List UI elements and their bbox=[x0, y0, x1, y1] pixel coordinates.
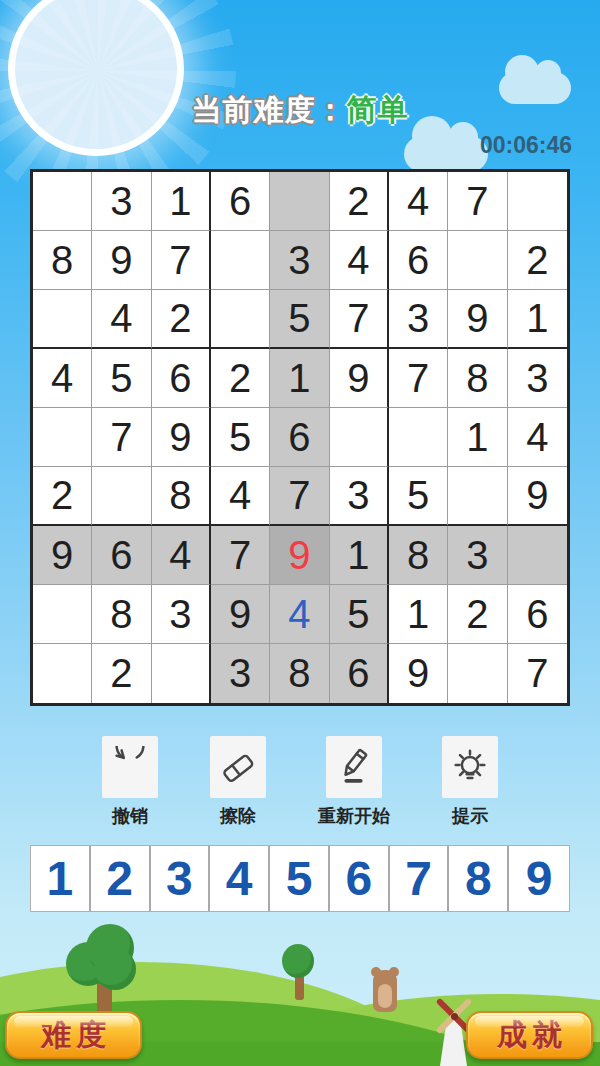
cell-r7c9[interactable] bbox=[508, 526, 567, 585]
numpad-key-4[interactable]: 4 bbox=[210, 846, 270, 911]
cell-r4c1[interactable]: 4 bbox=[33, 349, 92, 408]
cell-r5c6[interactable] bbox=[330, 408, 389, 467]
cell-r6c5[interactable]: 7 bbox=[270, 467, 329, 526]
cell-r9c1[interactable] bbox=[33, 644, 92, 703]
cell-r1c6[interactable]: 2 bbox=[330, 172, 389, 231]
sudoku-board: 3162478973462425739145621978379561428473… bbox=[30, 169, 570, 706]
cell-r4c8[interactable]: 8 bbox=[448, 349, 507, 408]
cell-r5c3[interactable]: 9 bbox=[152, 408, 211, 467]
cell-r8c5[interactable]: 4 bbox=[270, 585, 329, 644]
restart-label: 重新开始 bbox=[318, 804, 390, 828]
bulb-icon bbox=[442, 736, 498, 798]
cell-r4c5[interactable]: 1 bbox=[270, 349, 329, 408]
cell-r7c5[interactable]: 9 bbox=[270, 526, 329, 585]
cell-r8c3[interactable]: 3 bbox=[152, 585, 211, 644]
cell-r6c2[interactable] bbox=[92, 467, 151, 526]
cell-r4c4[interactable]: 2 bbox=[211, 349, 270, 408]
cell-r7c8[interactable]: 3 bbox=[448, 526, 507, 585]
cell-r3c2[interactable]: 4 bbox=[92, 290, 151, 349]
cell-r9c9[interactable]: 7 bbox=[508, 644, 567, 703]
erase-button[interactable]: 擦除 bbox=[210, 736, 266, 828]
cell-r9c2[interactable]: 2 bbox=[92, 644, 151, 703]
cell-r3c8[interactable]: 9 bbox=[448, 290, 507, 349]
cell-r9c7[interactable]: 9 bbox=[389, 644, 448, 703]
cell-r1c1[interactable] bbox=[33, 172, 92, 231]
cell-r1c8[interactable]: 7 bbox=[448, 172, 507, 231]
cell-r9c3[interactable] bbox=[152, 644, 211, 703]
cell-r5c5[interactable]: 6 bbox=[270, 408, 329, 467]
numpad-key-3[interactable]: 3 bbox=[151, 846, 211, 911]
cell-r1c4[interactable]: 6 bbox=[211, 172, 270, 231]
cell-r2c8[interactable] bbox=[448, 231, 507, 290]
hint-button[interactable]: 提示 bbox=[442, 736, 498, 828]
cell-r3c6[interactable]: 7 bbox=[330, 290, 389, 349]
cell-r1c3[interactable]: 1 bbox=[152, 172, 211, 231]
page-title: 当前难度：简单 bbox=[0, 90, 600, 131]
cell-r4c3[interactable]: 6 bbox=[152, 349, 211, 408]
cell-r5c9[interactable]: 4 bbox=[508, 408, 567, 467]
cell-r3c4[interactable] bbox=[211, 290, 270, 349]
undo-label: 撤销 bbox=[112, 804, 148, 828]
cell-r9c4[interactable]: 3 bbox=[211, 644, 270, 703]
cell-r2c6[interactable]: 4 bbox=[330, 231, 389, 290]
cell-r3c9[interactable]: 1 bbox=[508, 290, 567, 349]
cell-r7c7[interactable]: 8 bbox=[389, 526, 448, 585]
gopher-decoration bbox=[373, 970, 397, 1012]
cell-r7c6[interactable]: 1 bbox=[330, 526, 389, 585]
cloud-decoration bbox=[404, 136, 488, 172]
undo-icon bbox=[102, 736, 158, 798]
cell-r9c5[interactable]: 8 bbox=[270, 644, 329, 703]
cell-r6c1[interactable]: 2 bbox=[33, 467, 92, 526]
difficulty-button[interactable]: 难度 bbox=[5, 1011, 142, 1059]
difficulty-value: 简单 bbox=[347, 93, 409, 126]
cell-r2c5[interactable]: 3 bbox=[270, 231, 329, 290]
cell-r5c4[interactable]: 5 bbox=[211, 408, 270, 467]
cell-r2c3[interactable]: 7 bbox=[152, 231, 211, 290]
toolbar: 撤销 擦除 bbox=[0, 736, 600, 828]
cell-r7c1[interactable]: 9 bbox=[33, 526, 92, 585]
number-pad: 123456789 bbox=[30, 845, 570, 912]
cell-r1c9[interactable] bbox=[508, 172, 567, 231]
achievement-button[interactable]: 成就 bbox=[466, 1011, 593, 1059]
numpad-key-2[interactable]: 2 bbox=[91, 846, 151, 911]
restart-button[interactable]: 重新开始 bbox=[318, 736, 390, 828]
cell-r5c1[interactable] bbox=[33, 408, 92, 467]
cell-r6c7[interactable]: 5 bbox=[389, 467, 448, 526]
eraser-icon bbox=[210, 736, 266, 798]
cell-r1c5[interactable] bbox=[270, 172, 329, 231]
sudoku-app: 当前难度：简单 00:06:46 31624789734624257391456… bbox=[0, 0, 600, 1066]
numpad-key-7[interactable]: 7 bbox=[390, 846, 450, 911]
numpad-key-8[interactable]: 8 bbox=[449, 846, 509, 911]
cell-r9c6[interactable]: 6 bbox=[330, 644, 389, 703]
cell-r6c9[interactable]: 9 bbox=[508, 467, 567, 526]
erase-label: 擦除 bbox=[220, 804, 256, 828]
cell-r2c9[interactable]: 2 bbox=[508, 231, 567, 290]
cell-r8c1[interactable] bbox=[33, 585, 92, 644]
cell-r3c7[interactable]: 3 bbox=[389, 290, 448, 349]
numpad-key-9[interactable]: 9 bbox=[509, 846, 569, 911]
cell-r6c4[interactable]: 4 bbox=[211, 467, 270, 526]
cell-r8c6[interactable]: 5 bbox=[330, 585, 389, 644]
cell-r4c6[interactable]: 9 bbox=[330, 349, 389, 408]
cell-r6c3[interactable]: 8 bbox=[152, 467, 211, 526]
cell-r3c3[interactable]: 2 bbox=[152, 290, 211, 349]
cell-r9c8[interactable] bbox=[448, 644, 507, 703]
cell-r5c7[interactable] bbox=[389, 408, 448, 467]
cell-r4c9[interactable]: 3 bbox=[508, 349, 567, 408]
cell-r8c2[interactable]: 8 bbox=[92, 585, 151, 644]
cell-r4c2[interactable]: 5 bbox=[92, 349, 151, 408]
sun-decoration bbox=[8, 0, 184, 156]
undo-button[interactable]: 撤销 bbox=[102, 736, 158, 828]
numpad-key-1[interactable]: 1 bbox=[31, 846, 91, 911]
pencil-icon bbox=[326, 736, 382, 798]
cell-r2c2[interactable]: 9 bbox=[92, 231, 151, 290]
cell-r7c3[interactable]: 4 bbox=[152, 526, 211, 585]
cell-r1c2[interactable]: 3 bbox=[92, 172, 151, 231]
cell-r8c8[interactable]: 2 bbox=[448, 585, 507, 644]
cell-r2c4[interactable] bbox=[211, 231, 270, 290]
numpad-key-5[interactable]: 5 bbox=[270, 846, 330, 911]
cell-r8c7[interactable]: 1 bbox=[389, 585, 448, 644]
cell-r2c7[interactable]: 6 bbox=[389, 231, 448, 290]
cell-r2c1[interactable]: 8 bbox=[33, 231, 92, 290]
cell-r6c8[interactable] bbox=[448, 467, 507, 526]
numpad-key-6[interactable]: 6 bbox=[330, 846, 390, 911]
cell-r8c4[interactable]: 9 bbox=[211, 585, 270, 644]
cell-r6c6[interactable]: 3 bbox=[330, 467, 389, 526]
hint-label: 提示 bbox=[452, 804, 488, 828]
tree-small bbox=[281, 944, 317, 1002]
difficulty-label: 当前难度： bbox=[192, 93, 347, 126]
cell-r7c4[interactable]: 7 bbox=[211, 526, 270, 585]
cell-r7c2[interactable]: 6 bbox=[92, 526, 151, 585]
cell-r5c8[interactable]: 1 bbox=[448, 408, 507, 467]
cell-r4c7[interactable]: 7 bbox=[389, 349, 448, 408]
cell-r3c1[interactable] bbox=[33, 290, 92, 349]
cell-r5c2[interactable]: 7 bbox=[92, 408, 151, 467]
game-timer: 00:06:46 bbox=[480, 132, 572, 159]
cell-r3c5[interactable]: 5 bbox=[270, 290, 329, 349]
cell-r1c7[interactable]: 4 bbox=[389, 172, 448, 231]
cell-r8c9[interactable]: 6 bbox=[508, 585, 567, 644]
